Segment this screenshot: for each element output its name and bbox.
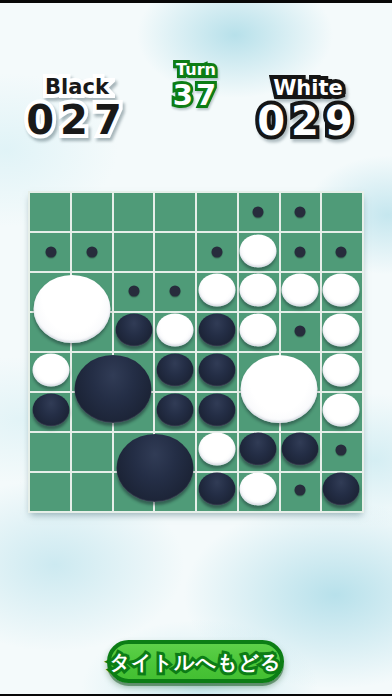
legal-move-dot[interactable]	[336, 246, 347, 257]
white-disc	[240, 473, 277, 506]
white-disc	[281, 274, 318, 307]
black-disc	[115, 314, 152, 347]
black-disc	[281, 433, 318, 466]
black-disc	[240, 433, 277, 466]
game-screen: Black Black 027 027 Turn Turn 37 37 Whit…	[0, 0, 392, 696]
legal-move-dot[interactable]	[294, 246, 305, 257]
back-to-title-button[interactable]: タイトルへもどる タイトルへもどる	[107, 640, 284, 683]
black-disc	[198, 473, 235, 506]
big-white-disc	[33, 275, 110, 343]
pieces-layer	[30, 193, 362, 511]
black-score-label: Black Black	[45, 77, 109, 98]
black-disc	[198, 393, 235, 426]
back-to-title-label: タイトルへもどる タイトルへもどる	[110, 652, 282, 672]
legal-move-dot[interactable]	[253, 206, 264, 217]
legal-move-dot[interactable]	[170, 286, 181, 297]
top-black-bar	[0, 0, 392, 3]
white-disc	[323, 274, 360, 307]
white-disc	[157, 314, 194, 347]
black-disc	[198, 314, 235, 347]
reversi-board	[28, 191, 364, 513]
legal-move-dot[interactable]	[336, 445, 347, 456]
white-disc	[32, 353, 69, 386]
white-disc	[240, 314, 277, 347]
turn-label: Turn Turn	[176, 62, 216, 78]
black-disc	[32, 393, 69, 426]
white-score-value: 029 029	[257, 101, 359, 141]
black-disc	[157, 393, 194, 426]
big-white-disc	[241, 355, 318, 423]
legal-move-dot[interactable]	[294, 326, 305, 337]
legal-move-dot[interactable]	[211, 246, 222, 257]
legal-move-dot[interactable]	[294, 206, 305, 217]
white-disc	[198, 433, 235, 466]
big-black-disc	[116, 434, 193, 502]
white-disc	[323, 314, 360, 347]
turn-counter: 37 37	[173, 81, 219, 110]
legal-move-dot[interactable]	[45, 246, 56, 257]
black-disc	[323, 473, 360, 506]
black-disc	[157, 353, 194, 386]
legal-move-dot[interactable]	[128, 286, 139, 297]
legal-move-dot[interactable]	[294, 485, 305, 496]
white-disc	[240, 274, 277, 307]
black-disc	[198, 353, 235, 386]
legal-move-dot[interactable]	[87, 246, 98, 257]
white-score-label: White White	[273, 78, 343, 99]
black-score-value: 027 027	[26, 100, 128, 140]
big-black-disc	[75, 355, 152, 423]
white-disc	[323, 353, 360, 386]
white-disc	[240, 234, 277, 267]
white-disc	[323, 393, 360, 426]
white-disc	[198, 274, 235, 307]
